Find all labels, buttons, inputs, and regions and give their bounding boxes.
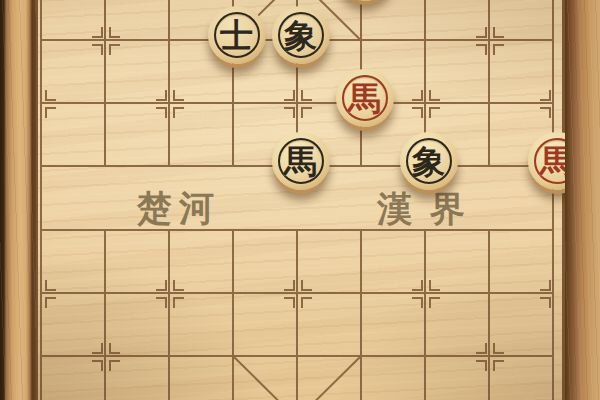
- position-marker: [301, 90, 312, 101]
- river-label-han-jie: 漢界: [377, 186, 483, 233]
- position-marker: [109, 27, 120, 38]
- grid-line-file: [360, 230, 362, 400]
- grid-line-file: [232, 230, 234, 400]
- position-marker: [301, 280, 312, 291]
- position-marker: [429, 107, 440, 118]
- frame-grain: [0, 0, 36, 400]
- piece-black-horse[interactable]: 馬: [272, 132, 330, 190]
- grid-line-rank: [40, 292, 554, 294]
- piece-unknown-clipped-piece[interactable]: [336, 0, 394, 1]
- position-marker: [109, 44, 120, 55]
- piece-character: 士: [208, 6, 266, 64]
- xiangqi-game-screen: 楚河 漢界 士象馬馬象馬: [0, 0, 600, 400]
- position-marker: [301, 107, 312, 118]
- frame-grain: [565, 0, 600, 400]
- position-marker: [92, 44, 103, 55]
- position-marker: [412, 90, 423, 101]
- grid-line-file: [168, 0, 170, 166]
- position-marker: [92, 343, 103, 354]
- river-label-chu-he: 楚河: [137, 185, 221, 232]
- position-marker: [493, 27, 504, 38]
- position-marker: [429, 280, 440, 291]
- position-marker: [45, 297, 56, 308]
- position-marker: [156, 107, 167, 118]
- position-marker: [540, 280, 551, 291]
- piece-character: 象: [272, 6, 330, 64]
- board-frame-left: [0, 0, 36, 400]
- position-marker: [412, 107, 423, 118]
- piece-black-elephant[interactable]: 象: [272, 6, 330, 64]
- position-marker: [156, 297, 167, 308]
- grid-line-rank: [40, 102, 554, 104]
- position-marker: [173, 90, 184, 101]
- position-marker: [284, 297, 295, 308]
- position-marker: [173, 107, 184, 118]
- position-marker: [284, 280, 295, 291]
- position-marker: [301, 297, 312, 308]
- position-marker: [476, 44, 487, 55]
- grid-line-rank: [40, 229, 554, 231]
- position-marker: [284, 90, 295, 101]
- grid-line-file: [168, 230, 170, 400]
- piece-black-advisor[interactable]: 士: [208, 6, 266, 64]
- position-marker: [284, 107, 295, 118]
- position-marker: [476, 27, 487, 38]
- grid-line-file: [296, 230, 298, 400]
- board-border-line: [36, 0, 38, 400]
- piece-character: 馬: [336, 69, 394, 127]
- position-marker: [156, 90, 167, 101]
- position-marker: [540, 107, 551, 118]
- position-marker: [540, 297, 551, 308]
- position-marker: [173, 297, 184, 308]
- position-marker: [109, 343, 120, 354]
- piece-character: 馬: [528, 132, 566, 190]
- grid-line-rank: [40, 355, 554, 357]
- grid-line-file: [488, 230, 490, 400]
- position-marker: [92, 360, 103, 371]
- position-marker: [412, 280, 423, 291]
- position-marker: [429, 297, 440, 308]
- position-marker: [493, 360, 504, 371]
- grid-line-file: [552, 0, 554, 400]
- palace-diagonal: [232, 355, 297, 400]
- position-marker: [476, 343, 487, 354]
- position-marker: [109, 360, 120, 371]
- grid-line-file: [424, 230, 426, 400]
- position-marker: [493, 44, 504, 55]
- grid-line-file: [40, 0, 42, 400]
- position-marker: [412, 297, 423, 308]
- position-marker: [45, 107, 56, 118]
- position-marker: [493, 343, 504, 354]
- grid-line-file: [104, 230, 106, 400]
- position-marker: [429, 90, 440, 101]
- board-frame-right: [565, 0, 600, 400]
- position-marker: [173, 280, 184, 291]
- piece-black-elephant[interactable]: 象: [400, 132, 458, 190]
- piece-red-horse[interactable]: 馬: [528, 132, 566, 190]
- position-marker: [92, 27, 103, 38]
- xiangqi-board[interactable]: 楚河 漢界 士象馬馬象馬: [36, 0, 565, 400]
- palace-diagonal: [296, 355, 361, 400]
- position-marker: [540, 90, 551, 101]
- grid-line-file: [488, 0, 490, 166]
- piece-character: 馬: [272, 132, 330, 190]
- piece-character: 象: [400, 132, 458, 190]
- position-marker: [45, 90, 56, 101]
- position-marker: [45, 280, 56, 291]
- position-marker: [476, 360, 487, 371]
- piece-character: [336, 0, 394, 1]
- position-marker: [156, 280, 167, 291]
- piece-red-horse[interactable]: 馬: [336, 69, 394, 127]
- grid-line-file: [104, 0, 106, 166]
